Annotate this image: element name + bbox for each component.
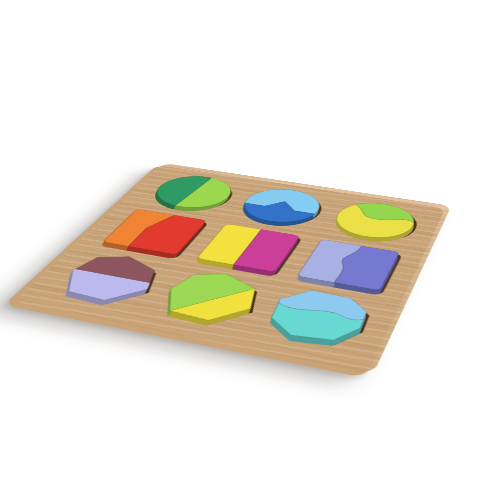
- piece-top[interactable]: [327, 199, 421, 243]
- slot-grid: [13, 163, 452, 374]
- product-photo: [0, 0, 500, 500]
- piece-top[interactable]: [145, 172, 241, 212]
- piece-top[interactable]: [234, 185, 329, 227]
- scene: [0, 0, 500, 500]
- puzzle-board: [13, 163, 452, 374]
